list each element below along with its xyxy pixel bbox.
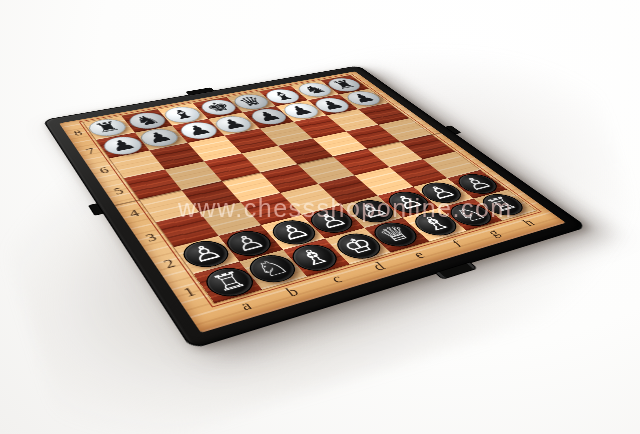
photo-background: ♜♞♝♚♛♝♞♜♟♟♟♟♟♟♟♟♙♙♙♙♙♙♙♙♖♘♗♔♕♗♘♖ 8765432… — [0, 0, 640, 434]
piece-glyph: ♟ — [345, 90, 381, 107]
hinge-right-icon — [445, 125, 462, 134]
piece-glyph: ♜ — [90, 117, 125, 137]
piece-glyph: ♙ — [183, 238, 229, 269]
hinge-left-icon — [88, 203, 104, 216]
piece-glyph: ♟ — [141, 127, 178, 147]
latch-far-edge — [185, 87, 214, 95]
watermark: www.chessshoponline.com — [178, 194, 513, 223]
board-position-wrapper: ♜♞♝♚♛♝♞♜♟♟♟♟♟♟♟♟♙♙♙♙♙♙♙♙♖♘♗♔♕♗♘♖ 8765432… — [84, 0, 511, 383]
piece-glyph: ♙ — [226, 228, 272, 258]
latch-near-edge — [435, 262, 478, 280]
